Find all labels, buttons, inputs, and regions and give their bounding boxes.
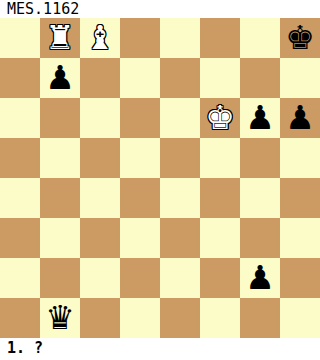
square-e5[interactable] xyxy=(160,138,200,178)
square-a3[interactable] xyxy=(0,218,40,258)
square-a7[interactable] xyxy=(0,58,40,98)
square-a2[interactable] xyxy=(0,258,40,298)
square-b3[interactable] xyxy=(40,218,80,258)
square-c4[interactable] xyxy=(80,178,120,218)
square-c6[interactable] xyxy=(80,98,120,138)
square-b2[interactable] xyxy=(40,258,80,298)
square-a8[interactable] xyxy=(0,18,40,58)
black-pawn-h6[interactable]: ♟ xyxy=(285,98,315,138)
black-queen-b1[interactable]: ♛ xyxy=(45,298,75,338)
square-d7[interactable] xyxy=(120,58,160,98)
square-g8[interactable] xyxy=(240,18,280,58)
square-a1[interactable] xyxy=(0,298,40,338)
square-h5[interactable] xyxy=(280,138,320,178)
square-d8[interactable] xyxy=(120,18,160,58)
square-d3[interactable] xyxy=(120,218,160,258)
square-f3[interactable] xyxy=(200,218,240,258)
square-d6[interactable] xyxy=(120,98,160,138)
white-rook-b8[interactable]: ♜ xyxy=(45,18,75,58)
chess-board: ♜♝♚♟♚♟♟♟♛ xyxy=(0,18,320,338)
square-e2[interactable] xyxy=(160,258,200,298)
square-g2[interactable]: ♟ xyxy=(240,258,280,298)
square-b4[interactable] xyxy=(40,178,80,218)
square-f7[interactable] xyxy=(200,58,240,98)
black-pawn-b7[interactable]: ♟ xyxy=(45,58,75,98)
square-c1[interactable] xyxy=(80,298,120,338)
square-h1[interactable] xyxy=(280,298,320,338)
square-a5[interactable] xyxy=(0,138,40,178)
square-g7[interactable] xyxy=(240,58,280,98)
square-c8[interactable]: ♝ xyxy=(80,18,120,58)
diagram-title: MES.1162 xyxy=(7,0,79,18)
square-e1[interactable] xyxy=(160,298,200,338)
black-pawn-g2[interactable]: ♟ xyxy=(245,258,275,298)
square-d2[interactable] xyxy=(120,258,160,298)
square-h8[interactable]: ♚ xyxy=(280,18,320,58)
square-e4[interactable] xyxy=(160,178,200,218)
square-b6[interactable] xyxy=(40,98,80,138)
square-e6[interactable] xyxy=(160,98,200,138)
square-b1[interactable]: ♛ xyxy=(40,298,80,338)
square-c2[interactable] xyxy=(80,258,120,298)
square-h2[interactable] xyxy=(280,258,320,298)
square-h3[interactable] xyxy=(280,218,320,258)
black-pawn-g6[interactable]: ♟ xyxy=(245,98,275,138)
square-e7[interactable] xyxy=(160,58,200,98)
square-g5[interactable] xyxy=(240,138,280,178)
square-b5[interactable] xyxy=(40,138,80,178)
square-d5[interactable] xyxy=(120,138,160,178)
square-c7[interactable] xyxy=(80,58,120,98)
square-d1[interactable] xyxy=(120,298,160,338)
square-d4[interactable] xyxy=(120,178,160,218)
white-king-f6[interactable]: ♚ xyxy=(205,98,235,138)
square-f4[interactable] xyxy=(200,178,240,218)
square-e8[interactable] xyxy=(160,18,200,58)
square-h4[interactable] xyxy=(280,178,320,218)
square-e3[interactable] xyxy=(160,218,200,258)
square-g6[interactable]: ♟ xyxy=(240,98,280,138)
square-g1[interactable] xyxy=(240,298,280,338)
square-c3[interactable] xyxy=(80,218,120,258)
square-b8[interactable]: ♜ xyxy=(40,18,80,58)
square-h6[interactable]: ♟ xyxy=(280,98,320,138)
white-bishop-c8[interactable]: ♝ xyxy=(85,18,115,58)
square-f6[interactable]: ♚ xyxy=(200,98,240,138)
square-f1[interactable] xyxy=(200,298,240,338)
square-b7[interactable]: ♟ xyxy=(40,58,80,98)
square-g3[interactable] xyxy=(240,218,280,258)
square-f2[interactable] xyxy=(200,258,240,298)
square-f8[interactable] xyxy=(200,18,240,58)
move-prompt: 1. ? xyxy=(7,338,43,359)
square-a4[interactable] xyxy=(0,178,40,218)
square-a6[interactable] xyxy=(0,98,40,138)
square-f5[interactable] xyxy=(200,138,240,178)
black-king-h8[interactable]: ♚ xyxy=(285,18,315,58)
square-g4[interactable] xyxy=(240,178,280,218)
square-c5[interactable] xyxy=(80,138,120,178)
square-h7[interactable] xyxy=(280,58,320,98)
